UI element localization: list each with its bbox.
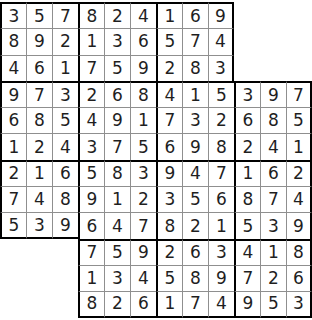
cell-r10c11[interactable]: 1 <box>260 239 286 265</box>
cell-r1c7[interactable]: 1 <box>156 2 182 28</box>
sudoku-board: 3578241698921365744617592839732684153976… <box>0 2 312 318</box>
outside-board-area <box>26 239 52 265</box>
cell-r4c9[interactable]: 5 <box>208 81 234 107</box>
sudoku-page: 3578241698921365744617592839732684153976… <box>0 0 312 320</box>
cell-r11c8[interactable]: 8 <box>182 265 208 291</box>
outside-board-area <box>260 28 286 54</box>
cell-r2c5[interactable]: 3 <box>104 28 130 54</box>
cell-r1c3[interactable]: 7 <box>52 2 78 28</box>
cell-r9c5[interactable]: 4 <box>104 212 130 238</box>
cell-r3c7[interactable]: 2 <box>156 55 182 81</box>
cell-r4c8[interactable]: 1 <box>182 81 208 107</box>
cell-r6c1[interactable]: 1 <box>0 133 26 159</box>
outside-board-area <box>234 55 260 81</box>
cell-r11c4[interactable]: 1 <box>78 265 104 291</box>
cell-r1c2[interactable]: 5 <box>26 2 52 28</box>
cell-r10c9[interactable]: 3 <box>208 239 234 265</box>
outside-board-area <box>260 2 286 28</box>
cell-r2c8[interactable]: 7 <box>182 28 208 54</box>
cell-r9c4[interactable]: 6 <box>78 212 104 238</box>
cell-r5c10[interactable]: 6 <box>234 107 260 133</box>
cell-r6c10[interactable]: 2 <box>234 133 260 159</box>
cell-r3c9[interactable]: 3 <box>208 55 234 81</box>
cell-r8c6[interactable]: 2 <box>130 186 156 212</box>
cell-r7c2[interactable]: 1 <box>26 160 52 186</box>
outside-board-area <box>260 55 286 81</box>
cell-r5c4[interactable]: 4 <box>78 107 104 133</box>
cell-r10c6[interactable]: 9 <box>130 239 156 265</box>
cell-r2c7[interactable]: 5 <box>156 28 182 54</box>
outside-board-area <box>52 291 78 317</box>
cell-r8c3[interactable]: 8 <box>52 186 78 212</box>
cell-r3c8[interactable]: 8 <box>182 55 208 81</box>
cell-r1c8[interactable]: 6 <box>182 2 208 28</box>
cell-r3c1[interactable]: 4 <box>0 55 26 81</box>
cell-r5c7[interactable]: 7 <box>156 107 182 133</box>
cell-r8c5[interactable]: 1 <box>104 186 130 212</box>
cell-r5c8[interactable]: 3 <box>182 107 208 133</box>
outside-board-area <box>234 28 260 54</box>
cell-r6c5[interactable]: 7 <box>104 133 130 159</box>
cell-r11c5[interactable]: 3 <box>104 265 130 291</box>
cell-r2c9[interactable]: 4 <box>208 28 234 54</box>
cell-r5c6[interactable]: 1 <box>130 107 156 133</box>
outside-board-area <box>52 239 78 265</box>
cell-r5c9[interactable]: 2 <box>208 107 234 133</box>
cell-r2c4[interactable]: 1 <box>78 28 104 54</box>
cell-r7c12[interactable]: 2 <box>286 160 312 186</box>
cell-r5c2[interactable]: 8 <box>26 107 52 133</box>
cell-r7c7[interactable]: 9 <box>156 160 182 186</box>
cell-r4c1[interactable]: 9 <box>0 81 26 107</box>
cell-r12c9[interactable]: 4 <box>208 291 234 317</box>
cell-r9c10[interactable]: 5 <box>234 212 260 238</box>
outside-board-area <box>0 239 26 265</box>
cell-r2c6[interactable]: 6 <box>130 28 156 54</box>
cell-r10c10[interactable]: 4 <box>234 239 260 265</box>
cell-r7c4[interactable]: 5 <box>78 160 104 186</box>
cell-r12c10[interactable]: 9 <box>234 291 260 317</box>
cell-r9c7[interactable]: 8 <box>156 212 182 238</box>
cell-r12c6[interactable]: 6 <box>130 291 156 317</box>
cell-r12c8[interactable]: 7 <box>182 291 208 317</box>
cell-r6c6[interactable]: 5 <box>130 133 156 159</box>
cell-r5c1[interactable]: 6 <box>0 107 26 133</box>
cell-r9c6[interactable]: 7 <box>130 212 156 238</box>
cell-r5c12[interactable]: 5 <box>286 107 312 133</box>
cell-r7c5[interactable]: 8 <box>104 160 130 186</box>
outside-board-area <box>286 2 312 28</box>
cell-r7c8[interactable]: 4 <box>182 160 208 186</box>
cell-r4c7[interactable]: 4 <box>156 81 182 107</box>
outside-board-area <box>234 2 260 28</box>
cell-r10c4[interactable]: 7 <box>78 239 104 265</box>
cell-r9c3[interactable]: 9 <box>52 212 78 238</box>
cell-r2c2[interactable]: 9 <box>26 28 52 54</box>
cell-r3c6[interactable]: 9 <box>130 55 156 81</box>
cell-r7c1[interactable]: 2 <box>0 160 26 186</box>
cell-r2c3[interactable]: 2 <box>52 28 78 54</box>
cell-r5c5[interactable]: 9 <box>104 107 130 133</box>
outside-board-area <box>0 265 26 291</box>
cell-r5c3[interactable]: 5 <box>52 107 78 133</box>
cell-r4c11[interactable]: 9 <box>260 81 286 107</box>
cell-r8c10[interactable]: 8 <box>234 186 260 212</box>
cell-r8c2[interactable]: 4 <box>26 186 52 212</box>
cell-r9c11[interactable]: 3 <box>260 212 286 238</box>
cell-r10c7[interactable]: 2 <box>156 239 182 265</box>
cell-r4c12[interactable]: 7 <box>286 81 312 107</box>
cell-r4c6[interactable]: 8 <box>130 81 156 107</box>
cell-r9c8[interactable]: 2 <box>182 212 208 238</box>
cell-r10c5[interactable]: 5 <box>104 239 130 265</box>
outside-board-area <box>52 265 78 291</box>
cell-r9c9[interactable]: 1 <box>208 212 234 238</box>
cell-r11c6[interactable]: 4 <box>130 265 156 291</box>
cell-r6c4[interactable]: 3 <box>78 133 104 159</box>
cell-r6c9[interactable]: 8 <box>208 133 234 159</box>
cell-r7c10[interactable]: 1 <box>234 160 260 186</box>
cell-r1c6[interactable]: 4 <box>130 2 156 28</box>
cell-r5c11[interactable]: 8 <box>260 107 286 133</box>
cell-r7c11[interactable]: 6 <box>260 160 286 186</box>
cell-r11c10[interactable]: 7 <box>234 265 260 291</box>
cell-r1c4[interactable]: 8 <box>78 2 104 28</box>
cell-r6c3[interactable]: 4 <box>52 133 78 159</box>
cell-r8c8[interactable]: 5 <box>182 186 208 212</box>
cell-r8c9[interactable]: 6 <box>208 186 234 212</box>
cell-r4c3[interactable]: 3 <box>52 81 78 107</box>
cell-r12c11[interactable]: 5 <box>260 291 286 317</box>
cell-r10c12[interactable]: 8 <box>286 239 312 265</box>
cell-r11c11[interactable]: 2 <box>260 265 286 291</box>
outside-board-area <box>26 265 52 291</box>
cell-r4c10[interactable]: 3 <box>234 81 260 107</box>
cell-r6c12[interactable]: 1 <box>286 133 312 159</box>
cell-r2c1[interactable]: 8 <box>0 28 26 54</box>
cell-r8c4[interactable]: 9 <box>78 186 104 212</box>
cell-r11c12[interactable]: 6 <box>286 265 312 291</box>
cell-r6c7[interactable]: 6 <box>156 133 182 159</box>
cell-r7c9[interactable]: 7 <box>208 160 234 186</box>
cell-r8c12[interactable]: 4 <box>286 186 312 212</box>
cell-r9c2[interactable]: 3 <box>26 212 52 238</box>
cell-r3c3[interactable]: 1 <box>52 55 78 81</box>
cell-r12c4[interactable]: 8 <box>78 291 104 317</box>
cell-r6c8[interactable]: 9 <box>182 133 208 159</box>
cell-r10c8[interactable]: 6 <box>182 239 208 265</box>
cell-r6c11[interactable]: 4 <box>260 133 286 159</box>
cell-r3c2[interactable]: 6 <box>26 55 52 81</box>
cell-r6c2[interactable]: 2 <box>26 133 52 159</box>
cell-r4c2[interactable]: 7 <box>26 81 52 107</box>
cell-r11c9[interactable]: 9 <box>208 265 234 291</box>
outside-board-area <box>286 28 312 54</box>
outside-board-area <box>0 291 26 317</box>
cell-r8c11[interactable]: 7 <box>260 186 286 212</box>
cell-r4c4[interactable]: 2 <box>78 81 104 107</box>
cell-r3c5[interactable]: 5 <box>104 55 130 81</box>
cell-r12c7[interactable]: 1 <box>156 291 182 317</box>
cell-r12c5[interactable]: 2 <box>104 291 130 317</box>
cell-r3c4[interactable]: 7 <box>78 55 104 81</box>
cell-r11c7[interactable]: 5 <box>156 265 182 291</box>
cell-r7c3[interactable]: 6 <box>52 160 78 186</box>
cell-r1c5[interactable]: 2 <box>104 2 130 28</box>
cell-r4c5[interactable]: 6 <box>104 81 130 107</box>
cell-r8c7[interactable]: 3 <box>156 186 182 212</box>
cell-r8c1[interactable]: 7 <box>0 186 26 212</box>
cell-r1c1[interactable]: 3 <box>0 2 26 28</box>
outside-board-area <box>286 55 312 81</box>
cell-r1c9[interactable]: 9 <box>208 2 234 28</box>
cell-r7c6[interactable]: 3 <box>130 160 156 186</box>
cell-r9c1[interactable]: 5 <box>0 212 26 238</box>
cell-r12c12[interactable]: 3 <box>286 291 312 317</box>
cell-r9c12[interactable]: 9 <box>286 212 312 238</box>
outside-board-area <box>26 291 52 317</box>
